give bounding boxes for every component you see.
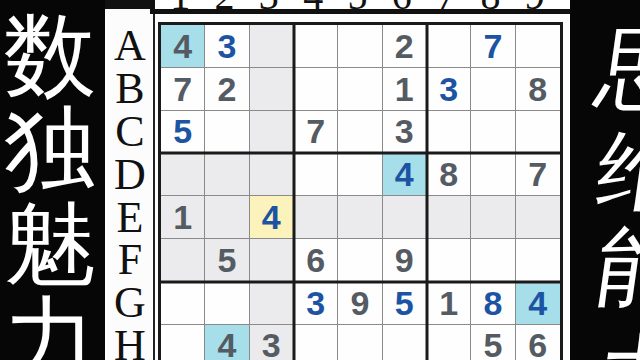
cell-F7[interactable] <box>427 239 471 282</box>
cell-D9[interactable]: 7 <box>516 153 560 196</box>
col-label-5: 5 <box>348 0 368 14</box>
cell-F1[interactable] <box>161 239 205 282</box>
cell-G5[interactable]: 9 <box>338 282 382 325</box>
cell-F4[interactable]: 6 <box>294 239 338 282</box>
cell-G6[interactable]: 5 <box>383 282 427 325</box>
cell-C9[interactable] <box>516 111 560 154</box>
banner-character: 思 <box>591 26 640 114</box>
given-digit: 4 <box>218 328 237 360</box>
cell-A8[interactable]: 7 <box>471 25 515 68</box>
cell-A1[interactable]: 4 <box>161 25 205 68</box>
cell-E1[interactable]: 1 <box>161 196 205 239</box>
cell-D8[interactable] <box>471 153 515 196</box>
cell-G3[interactable] <box>250 282 294 325</box>
cell-G2[interactable] <box>205 282 249 325</box>
given-digit: 7 <box>306 114 325 148</box>
given-digit: 6 <box>306 243 325 277</box>
cell-B2[interactable]: 2 <box>205 68 249 111</box>
sudoku-board: 432772138573487145693951844356 <box>158 22 563 360</box>
cell-G7[interactable]: 1 <box>427 282 471 325</box>
solved-digit: 4 <box>528 286 547 320</box>
cell-A9[interactable] <box>516 25 560 68</box>
cell-B6[interactable]: 1 <box>383 68 427 111</box>
cell-E9[interactable] <box>516 196 560 239</box>
cell-B3[interactable] <box>250 68 294 111</box>
cell-C5[interactable] <box>338 111 382 154</box>
solved-digit: 7 <box>484 29 503 63</box>
cell-C8[interactable] <box>471 111 515 154</box>
cell-C2[interactable] <box>205 111 249 154</box>
cell-H1[interactable] <box>161 325 205 360</box>
solved-digit: 3 <box>439 72 458 106</box>
given-digit: 2 <box>395 29 414 63</box>
cell-E8[interactable] <box>471 196 515 239</box>
given-digit: 4 <box>173 29 192 63</box>
row-label-C: C <box>107 109 153 155</box>
cell-C6[interactable]: 3 <box>383 111 427 154</box>
banner-character: 独 <box>4 104 96 196</box>
row-label-H: H <box>107 323 153 360</box>
left-title-bar: 数独魅力 <box>0 0 105 360</box>
cell-F2[interactable]: 5 <box>205 239 249 282</box>
cell-G9[interactable]: 4 <box>516 282 560 325</box>
cell-D5[interactable] <box>338 153 382 196</box>
column-labels-strip: 123456789 <box>150 0 570 14</box>
cell-F5[interactable] <box>338 239 382 282</box>
col-label-7: 7 <box>436 0 456 14</box>
cell-E4[interactable] <box>294 196 338 239</box>
given-digit: 7 <box>528 157 547 191</box>
cell-E2[interactable] <box>205 196 249 239</box>
given-digit: 9 <box>351 286 370 320</box>
solved-digit: 5 <box>173 114 192 148</box>
given-digit: 2 <box>218 72 237 106</box>
banner-character: 魅 <box>4 199 96 291</box>
col-label-3: 3 <box>259 0 279 14</box>
banner-character: 数 <box>4 10 96 102</box>
cell-H8[interactable]: 5 <box>471 325 515 360</box>
right-title-bar: 思维能力 <box>570 0 640 360</box>
col-label-9: 9 <box>525 0 545 14</box>
solved-digit: 4 <box>262 200 281 234</box>
cell-A3[interactable] <box>250 25 294 68</box>
cell-D2[interactable] <box>205 153 249 196</box>
cell-H6[interactable] <box>383 325 427 360</box>
solved-digit: 3 <box>218 29 237 63</box>
cell-D3[interactable] <box>250 153 294 196</box>
given-digit: 8 <box>528 72 547 106</box>
cell-B4[interactable] <box>294 68 338 111</box>
given-digit: 3 <box>395 114 414 148</box>
banner-character: 维 <box>591 128 640 216</box>
cell-E7[interactable] <box>427 196 471 239</box>
given-digit: 7 <box>173 72 192 106</box>
col-label-1: 1 <box>170 0 190 14</box>
cell-B7[interactable]: 3 <box>427 68 471 111</box>
given-digit: 9 <box>395 243 414 277</box>
cell-F8[interactable] <box>471 239 515 282</box>
sudoku-grid: 432772138573487145693951844356 <box>161 25 560 360</box>
given-digit: 5 <box>218 243 237 277</box>
video-frame: 数独魅力 思维能力 123456789 ABCDEFGH 43277213857… <box>0 0 640 360</box>
cell-G1[interactable] <box>161 282 205 325</box>
row-label-B: B <box>107 66 153 112</box>
row-label-E: E <box>107 195 153 241</box>
cell-A4[interactable] <box>294 25 338 68</box>
cell-B1[interactable]: 7 <box>161 68 205 111</box>
cell-C4[interactable]: 7 <box>294 111 338 154</box>
cell-A6[interactable]: 2 <box>383 25 427 68</box>
cell-G4[interactable]: 3 <box>294 282 338 325</box>
col-label-4: 4 <box>303 0 323 14</box>
row-label-G: G <box>107 280 153 326</box>
cell-A5[interactable] <box>338 25 382 68</box>
solved-digit: 3 <box>306 286 325 320</box>
row-label-F: F <box>107 237 153 283</box>
cell-A7[interactable] <box>427 25 471 68</box>
cell-H9[interactable]: 6 <box>516 325 560 360</box>
banner-character: 力 <box>591 332 640 360</box>
col-label-2: 2 <box>215 0 235 14</box>
given-digit: 1 <box>439 286 458 320</box>
cell-C1[interactable]: 5 <box>161 111 205 154</box>
cell-H7[interactable] <box>427 325 471 360</box>
cell-H3[interactable]: 3 <box>250 325 294 360</box>
box-border-horizontal-1 <box>161 152 560 155</box>
cell-C7[interactable] <box>427 111 471 154</box>
given-digit: 1 <box>173 200 192 234</box>
given-digit: 8 <box>439 157 458 191</box>
given-digit: 1 <box>395 72 414 106</box>
banner-character: 力 <box>4 294 96 360</box>
cell-D7[interactable]: 8 <box>427 153 471 196</box>
banner-character: 能 <box>591 225 640 313</box>
row-label-D: D <box>107 152 153 198</box>
row-labels-strip: ABCDEFGH <box>107 0 155 360</box>
given-digit: 3 <box>262 328 281 360</box>
cell-D1[interactable] <box>161 153 205 196</box>
cell-A2[interactable]: 3 <box>205 25 249 68</box>
cell-H4[interactable] <box>294 325 338 360</box>
col-label-6: 6 <box>392 0 412 14</box>
box-border-vertical-1 <box>292 25 295 360</box>
box-border-horizontal-2 <box>161 280 560 283</box>
cell-F6[interactable]: 9 <box>383 239 427 282</box>
cell-D6[interactable]: 4 <box>383 153 427 196</box>
cell-B8[interactable] <box>471 68 515 111</box>
cell-F9[interactable] <box>516 239 560 282</box>
cell-D4[interactable] <box>294 153 338 196</box>
row-label-A: A <box>107 23 153 69</box>
cell-E3[interactable]: 4 <box>250 196 294 239</box>
cell-E6[interactable] <box>383 196 427 239</box>
cell-G8[interactable]: 8 <box>471 282 515 325</box>
box-border-vertical-2 <box>426 25 429 360</box>
cell-H2[interactable]: 4 <box>205 325 249 360</box>
cell-E5[interactable] <box>338 196 382 239</box>
solved-digit: 4 <box>395 157 414 191</box>
cell-F3[interactable] <box>250 239 294 282</box>
cell-C3[interactable] <box>250 111 294 154</box>
given-digit: 5 <box>484 328 503 360</box>
solved-digit: 5 <box>395 286 414 320</box>
solved-digit: 8 <box>484 286 503 320</box>
cell-B5[interactable] <box>338 68 382 111</box>
given-digit: 6 <box>528 328 547 360</box>
cell-H5[interactable] <box>338 325 382 360</box>
col-label-8: 8 <box>481 0 501 14</box>
cell-B9[interactable]: 8 <box>516 68 560 111</box>
